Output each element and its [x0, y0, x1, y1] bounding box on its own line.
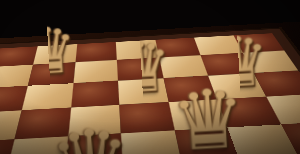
square-c7[interactable]: ♛: [28, 62, 75, 85]
square-f4[interactable]: ♛: [174, 127, 240, 154]
square-e6[interactable]: ♛: [118, 78, 168, 105]
chess-board: ♛♛♛♛♛♛♛♛: [0, 29, 300, 154]
board-grid: ♛♛♛♛♛♛♛♛: [0, 29, 300, 154]
white-queen-on-f4[interactable]: ♛: [206, 80, 211, 154]
camera-tilt-wrapper: ♛♛♛♛♛♛♛♛: [0, 0, 300, 154]
white-queen-on-d3[interactable]: ♛: [88, 119, 93, 154]
white-queen-on-c7[interactable]: ♛: [47, 21, 51, 84]
square-c6[interactable]: [22, 83, 73, 110]
white-queen-on-e6[interactable]: ♛: [140, 35, 144, 103]
chessboard-photo: ♛♛♛♛♛♛♛♛: [0, 0, 300, 154]
